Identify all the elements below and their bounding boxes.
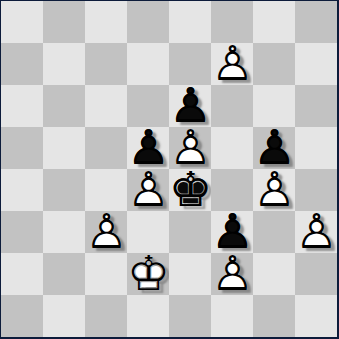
square-f1[interactable]: [211, 295, 253, 337]
square-d1[interactable]: [127, 295, 169, 337]
square-g4[interactable]: ♟♙: [253, 169, 295, 211]
square-f4[interactable]: [211, 169, 253, 211]
black-pawn-outline-glyph: ♙: [211, 211, 253, 253]
square-c1[interactable]: [85, 295, 127, 337]
white-pawn-c3[interactable]: ♟♙: [85, 211, 127, 253]
black-king-outline-glyph: ♔: [169, 169, 211, 211]
square-h6[interactable]: [295, 85, 337, 127]
white-pawn-h3[interactable]: ♟♙: [295, 211, 337, 253]
square-d6[interactable]: [127, 85, 169, 127]
square-g1[interactable]: [253, 295, 295, 337]
chess-board-window: ♟♙♟♙♟♙♟♙♟♙♟♙♚♔♟♙♟♙♟♙♟♙♚♔♟♙: [0, 0, 339, 339]
white-pawn-outline-glyph: ♙: [85, 211, 127, 253]
white-pawn-outline-glyph: ♙: [127, 169, 169, 211]
square-g3[interactable]: [253, 211, 295, 253]
square-f3[interactable]: ♟♙: [211, 211, 253, 253]
square-h1[interactable]: [295, 295, 337, 337]
white-pawn-f2[interactable]: ♟♙: [211, 253, 253, 295]
black-pawn-e6[interactable]: ♟♙: [169, 85, 211, 127]
square-g6[interactable]: [253, 85, 295, 127]
black-pawn-fill-glyph: ♟: [169, 85, 211, 127]
square-g7[interactable]: [253, 43, 295, 85]
square-c6[interactable]: [85, 85, 127, 127]
square-h7[interactable]: [295, 43, 337, 85]
square-f7[interactable]: ♟♙: [211, 43, 253, 85]
white-pawn-f7[interactable]: ♟♙: [211, 43, 253, 85]
square-a6[interactable]: [1, 85, 43, 127]
square-c3[interactable]: ♟♙: [85, 211, 127, 253]
square-d5[interactable]: ♟♙: [127, 127, 169, 169]
square-d3[interactable]: [127, 211, 169, 253]
square-c4[interactable]: [85, 169, 127, 211]
square-h4[interactable]: [295, 169, 337, 211]
square-b5[interactable]: [43, 127, 85, 169]
black-pawn-fill-glyph: ♟: [253, 127, 295, 169]
square-h8[interactable]: [295, 1, 337, 43]
square-c5[interactable]: [85, 127, 127, 169]
white-pawn-fill-glyph: ♟: [253, 169, 295, 211]
square-f6[interactable]: [211, 85, 253, 127]
square-e7[interactable]: [169, 43, 211, 85]
square-b6[interactable]: [43, 85, 85, 127]
square-b8[interactable]: [43, 1, 85, 43]
white-pawn-fill-glyph: ♟: [169, 127, 211, 169]
square-e3[interactable]: [169, 211, 211, 253]
square-e1[interactable]: [169, 295, 211, 337]
white-pawn-fill-glyph: ♟: [85, 211, 127, 253]
chess-board: ♟♙♟♙♟♙♟♙♟♙♟♙♚♔♟♙♟♙♟♙♟♙♚♔♟♙: [0, 0, 339, 339]
white-king-d2[interactable]: ♚♔: [127, 253, 169, 295]
white-king-outline-glyph: ♔: [127, 253, 169, 295]
black-pawn-fill-glyph: ♟: [211, 211, 253, 253]
square-d2[interactable]: ♚♔: [127, 253, 169, 295]
square-d7[interactable]: [127, 43, 169, 85]
black-king-fill-glyph: ♚: [169, 169, 211, 211]
square-b2[interactable]: [43, 253, 85, 295]
black-pawn-outline-glyph: ♙: [127, 127, 169, 169]
square-e4[interactable]: ♚♔: [169, 169, 211, 211]
square-a5[interactable]: [1, 127, 43, 169]
white-king-fill-glyph: ♚: [127, 253, 169, 295]
black-pawn-f3[interactable]: ♟♙: [211, 211, 253, 253]
square-b1[interactable]: [43, 295, 85, 337]
square-c7[interactable]: [85, 43, 127, 85]
white-pawn-d4[interactable]: ♟♙: [127, 169, 169, 211]
square-f5[interactable]: [211, 127, 253, 169]
square-g8[interactable]: [253, 1, 295, 43]
black-pawn-d5[interactable]: ♟♙: [127, 127, 169, 169]
square-e5[interactable]: ♟♙: [169, 127, 211, 169]
square-e8[interactable]: [169, 1, 211, 43]
white-pawn-outline-glyph: ♙: [295, 211, 337, 253]
square-d8[interactable]: [127, 1, 169, 43]
square-e6[interactable]: ♟♙: [169, 85, 211, 127]
white-pawn-fill-glyph: ♟: [127, 169, 169, 211]
white-pawn-outline-glyph: ♙: [211, 43, 253, 85]
white-pawn-fill-glyph: ♟: [211, 253, 253, 295]
black-pawn-outline-glyph: ♙: [169, 85, 211, 127]
square-g2[interactable]: [253, 253, 295, 295]
white-pawn-outline-glyph: ♙: [253, 169, 295, 211]
square-h3[interactable]: ♟♙: [295, 211, 337, 253]
square-f2[interactable]: ♟♙: [211, 253, 253, 295]
white-pawn-g4[interactable]: ♟♙: [253, 169, 295, 211]
white-pawn-outline-glyph: ♙: [211, 253, 253, 295]
black-pawn-outline-glyph: ♙: [253, 127, 295, 169]
black-pawn-fill-glyph: ♟: [127, 127, 169, 169]
square-c2[interactable]: [85, 253, 127, 295]
square-b4[interactable]: [43, 169, 85, 211]
square-a4[interactable]: [1, 169, 43, 211]
white-pawn-e5[interactable]: ♟♙: [169, 127, 211, 169]
black-king-e4[interactable]: ♚♔: [169, 169, 211, 211]
square-b7[interactable]: [43, 43, 85, 85]
white-pawn-fill-glyph: ♟: [211, 43, 253, 85]
square-b3[interactable]: [43, 211, 85, 253]
square-a1[interactable]: [1, 295, 43, 337]
square-h2[interactable]: [295, 253, 337, 295]
black-pawn-g5[interactable]: ♟♙: [253, 127, 295, 169]
square-a8[interactable]: [1, 1, 43, 43]
square-f8[interactable]: [211, 1, 253, 43]
white-pawn-fill-glyph: ♟: [295, 211, 337, 253]
square-d4[interactable]: ♟♙: [127, 169, 169, 211]
square-g5[interactable]: ♟♙: [253, 127, 295, 169]
square-c8[interactable]: [85, 1, 127, 43]
square-h5[interactable]: [295, 127, 337, 169]
white-pawn-outline-glyph: ♙: [169, 127, 211, 169]
square-a7[interactable]: [1, 43, 43, 85]
square-a2[interactable]: [1, 253, 43, 295]
square-a3[interactable]: [1, 211, 43, 253]
square-e2[interactable]: [169, 253, 211, 295]
